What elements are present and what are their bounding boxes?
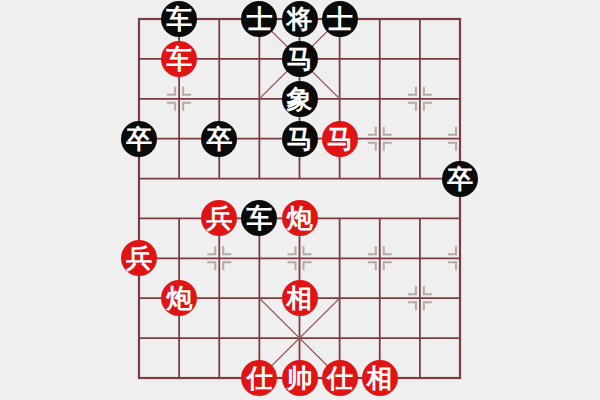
piece-red-chariot[interactable]: 车 (161, 41, 197, 77)
piece-red-advisor[interactable]: 仕 (322, 360, 358, 396)
piece-black-horse[interactable]: 马 (282, 121, 318, 157)
piece-black-chariot[interactable]: 车 (161, 1, 197, 37)
piece-black-horse[interactable]: 马 (282, 41, 318, 77)
piece-red-soldier[interactable]: 兵 (121, 240, 157, 276)
piece-black-soldier[interactable]: 卒 (201, 121, 237, 157)
piece-red-elephant[interactable]: 相 (362, 360, 398, 396)
xiangqi-pieces-layer[interactable]: 车士将士车马象卒卒马马卒兵车炮兵炮相仕帅仕相 (119, 0, 480, 398)
piece-black-soldier[interactable]: 卒 (442, 161, 478, 197)
piece-black-advisor[interactable]: 士 (322, 1, 358, 37)
piece-red-elephant[interactable]: 相 (282, 280, 318, 316)
piece-black-elephant[interactable]: 象 (282, 81, 318, 117)
piece-black-soldier[interactable]: 卒 (121, 121, 157, 157)
xiangqi-app: 车士将士车马象卒卒马马卒兵车炮兵炮相仕帅仕相 (0, 0, 600, 400)
piece-black-advisor[interactable]: 士 (241, 1, 277, 37)
piece-red-horse[interactable]: 马 (322, 121, 358, 157)
piece-red-cannon[interactable]: 炮 (282, 200, 318, 236)
piece-red-general[interactable]: 帅 (282, 360, 318, 396)
piece-red-cannon[interactable]: 炮 (161, 280, 197, 316)
piece-red-soldier[interactable]: 兵 (201, 200, 237, 236)
piece-black-general[interactable]: 将 (282, 1, 318, 37)
piece-red-advisor[interactable]: 仕 (241, 360, 277, 396)
piece-black-chariot[interactable]: 车 (241, 200, 277, 236)
